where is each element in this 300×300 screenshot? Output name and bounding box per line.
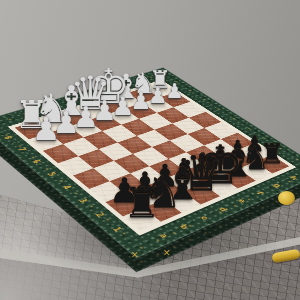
- white-pawn[interactable]: ♟: [32, 113, 61, 145]
- white-pawn[interactable]: ♟: [166, 81, 184, 101]
- gold-clasp-right-icon: ✕: [163, 249, 171, 258]
- gold-clasp-left-icon: ✕: [131, 251, 139, 260]
- pieces-layer: ♜♞♝♛♚♝♞♜♟♟♟♟♟♟♟♟♟♟♟♟♟♟♟♟♜♞♝♛♚♝♞♜: [0, 0, 300, 300]
- gold-knob: [278, 191, 295, 205]
- scene: 87654321 hgfedcba ♜♞♝♛♚♝♞♜♟♟♟♟♟♟♟♟♟♟♟♟♟♟…: [0, 0, 300, 300]
- black-rook[interactable]: ♜: [123, 182, 160, 224]
